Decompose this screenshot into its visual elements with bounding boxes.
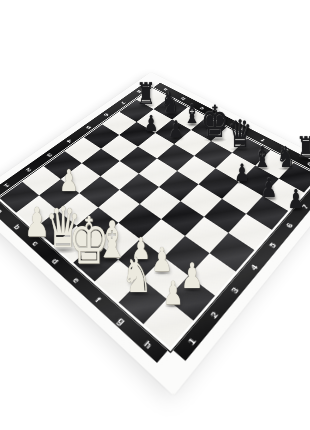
piece-black-king-d8[interactable]: ♚ xyxy=(201,100,229,144)
piece-shadow xyxy=(259,196,279,200)
coord-label-rank-2: 2 xyxy=(207,309,219,320)
piece-white-pawn-g2[interactable]: ♟ xyxy=(151,243,172,276)
piece-shadow xyxy=(182,122,202,126)
piece-black-pawn-f7[interactable]: ♟ xyxy=(234,161,249,185)
piece-white-pawn-b3[interactable]: ♟ xyxy=(59,166,78,196)
piece-black-bishop-f8[interactable]: ♝ xyxy=(253,143,272,172)
piece-shadow xyxy=(65,261,113,272)
piece-black-bishop-c8[interactable]: ♝ xyxy=(184,101,201,127)
piece-shadow xyxy=(233,180,251,184)
piece-shadow xyxy=(275,166,297,171)
piece-black-knight-b8[interactable]: ♞ xyxy=(161,89,179,117)
piece-white-pawn-g3[interactable]: ♟ xyxy=(181,259,204,294)
piece-white-pawn-h2[interactable]: ♟ xyxy=(163,277,184,309)
piece-black-rook-a8[interactable]: ♜ xyxy=(136,79,155,109)
coord-label-rank-5: 5 xyxy=(266,241,278,250)
piece-shadow xyxy=(198,136,231,143)
piece-black-queen-e8[interactable]: ♛ xyxy=(228,115,253,153)
piece-shadow xyxy=(226,146,255,152)
piece-shadow xyxy=(143,130,160,134)
piece-shadow xyxy=(135,103,158,108)
coord-label-file-g: g xyxy=(116,314,128,326)
coord-label-rank-1: 1 xyxy=(185,335,198,347)
piece-shadow xyxy=(167,136,184,140)
coord-label-file-b: b xyxy=(12,222,23,231)
piece-white-king-e1[interactable]: ♚ xyxy=(68,209,109,273)
piece-black-pawn-h7[interactable]: ♟ xyxy=(288,186,305,212)
coord-label-file-h: h xyxy=(142,338,155,351)
piece-shadow xyxy=(119,290,155,298)
piece-shadow xyxy=(251,166,273,171)
piece-black-pawn-g7[interactable]: ♟ xyxy=(261,175,278,201)
piece-black-rook-h8[interactable]: ♜ xyxy=(296,133,310,163)
piece-white-knight-g1[interactable]: ♞ xyxy=(122,251,153,299)
coord-label-rank-6: 6 xyxy=(283,221,294,229)
coord-label-rank-3: 3 xyxy=(228,285,240,295)
piece-shadow xyxy=(286,207,306,211)
coord-label-file-f: f xyxy=(93,294,103,304)
piece-shadow xyxy=(161,303,185,308)
piece-shadow xyxy=(295,157,310,162)
chess-set-photo: abcdefgh abcdefgh 87654321 87654321 ♜♞♝♟… xyxy=(0,0,310,430)
piece-black-pawn-c7[interactable]: ♟ xyxy=(169,118,184,141)
piece-black-knight-g8[interactable]: ♞ xyxy=(277,143,296,172)
coord-label-file-a: a xyxy=(0,207,5,215)
piece-black-pawn-b7[interactable]: ♟ xyxy=(144,113,158,135)
coord-label-rank-4: 4 xyxy=(248,262,260,272)
